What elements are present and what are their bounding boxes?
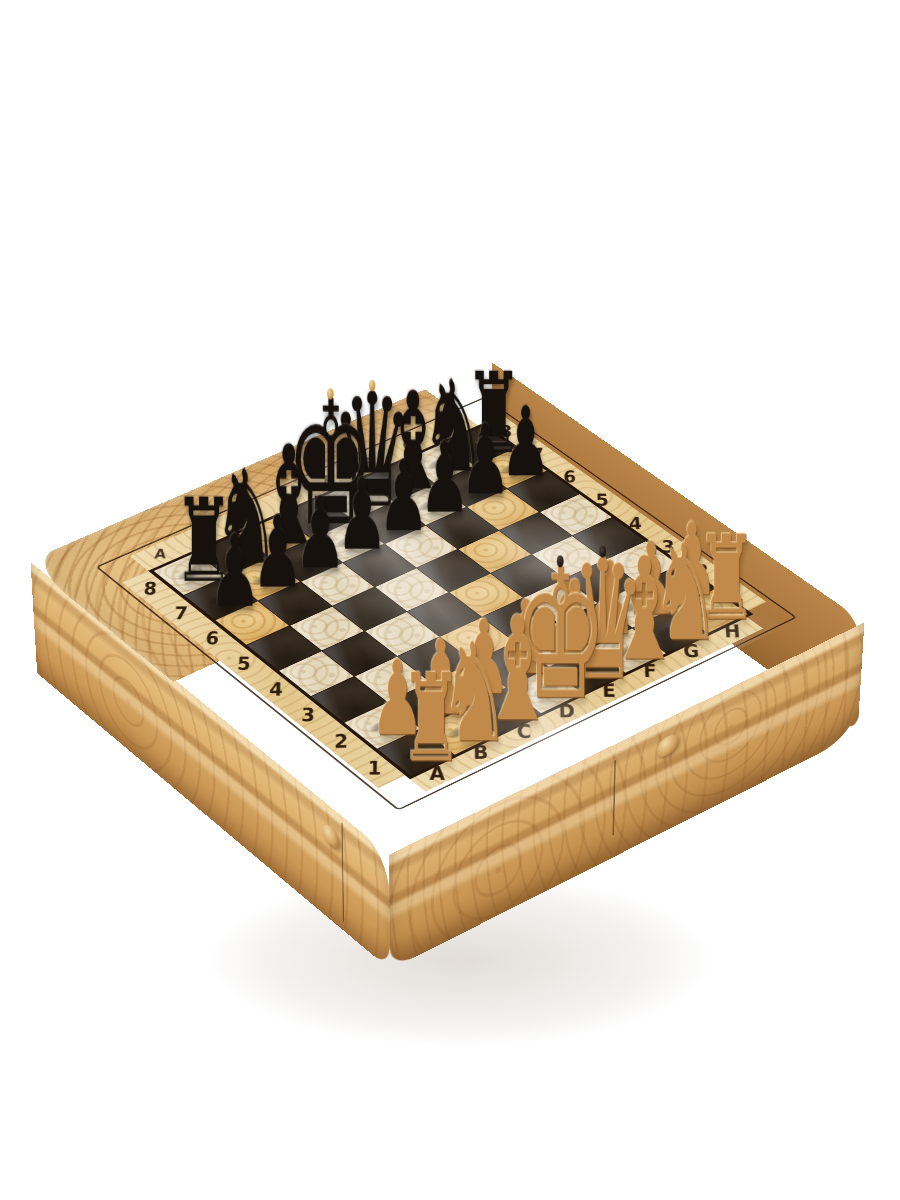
- rank-label-7: 7: [163, 589, 199, 638]
- rank-label-right-7: 7: [522, 432, 554, 477]
- black-finial: [557, 555, 564, 567]
- file-label-back-h: H: [424, 414, 475, 441]
- drawer-seam-left: [341, 823, 344, 922]
- drawer-seam-front: [613, 760, 617, 836]
- rank-label-right-6: 6: [553, 454, 586, 499]
- rank-label-right-8: 8: [490, 409, 521, 453]
- drawer-knob-left[interactable]: [323, 820, 340, 852]
- gold-finial: [327, 388, 334, 399]
- drawer-knob-front[interactable]: [657, 731, 679, 760]
- piece-black-pawn-a7[interactable]: ♟: [209, 522, 262, 622]
- photo-canvas: ABCDEFGH ABCDEFGH 87654321 87654321 ♜♞♝♚…: [0, 0, 900, 1200]
- chess-box: ABCDEFGH ABCDEFGH 87654321 87654321 ♜♞♝♚…: [26, 360, 868, 857]
- piece-white-rook-a1[interactable]: ♜: [399, 659, 463, 780]
- rank-label-8: 8: [132, 565, 168, 613]
- rank-label-right-5: 5: [586, 477, 619, 523]
